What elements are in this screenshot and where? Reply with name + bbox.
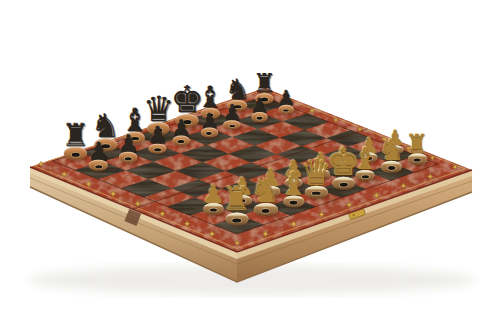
photo-stage: ♜♞♝♛♚♝♞♜♟♟♟♟♟♟♟♟♟♟♟♟♟♟♟♟♜♞♝♛♚♝♞♜	[0, 0, 500, 334]
chess-board	[0, 0, 500, 334]
